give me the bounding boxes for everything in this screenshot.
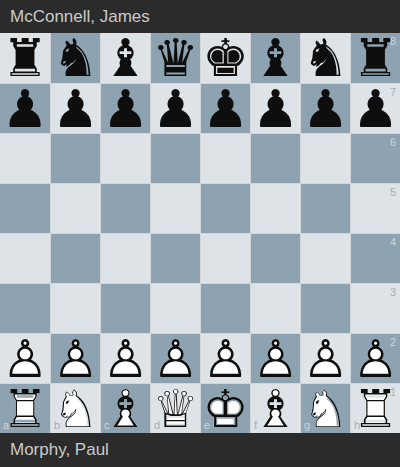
square-b7[interactable]: ♟ — [50, 83, 100, 133]
piece-black-pawn[interactable]: ♟ — [151, 84, 200, 133]
piece-white-pawn[interactable]: ♟♙ — [0, 334, 50, 383]
square-c3[interactable] — [100, 283, 150, 333]
piece-white-pawn[interactable]: ♟♙ — [51, 334, 100, 383]
piece-outline-layer: ♔ — [201, 384, 250, 433]
player-bottom-name: Morphy, Paul — [10, 440, 109, 460]
piece-white-bishop[interactable]: ♝♗ — [251, 384, 300, 433]
square-a2[interactable]: ♟♙ — [0, 333, 50, 383]
chess-board[interactable]: ♜♞♝♛♚♝♞♜8♟♟♟♟♟♟♟♟76543♟♙♟♙♟♙♟♙♟♙♟♙♟♙♟♙2♜… — [0, 33, 400, 433]
piece-white-pawn[interactable]: ♟♙ — [301, 334, 350, 383]
piece-black-rook[interactable]: ♜ — [0, 33, 50, 83]
rank-label-5: 5 — [390, 187, 396, 198]
piece-outline-layer: ♘ — [51, 384, 100, 433]
square-h1[interactable]: ♜♖1h — [350, 383, 400, 433]
piece-black-rook[interactable]: ♜ — [351, 33, 400, 83]
piece-black-bishop[interactable]: ♝ — [251, 33, 300, 83]
square-f2[interactable]: ♟♙ — [250, 333, 300, 383]
square-h7[interactable]: ♟7 — [350, 83, 400, 133]
piece-outline-layer: ♗ — [101, 384, 150, 433]
square-e4[interactable] — [200, 233, 250, 283]
piece-outline-layer: ♙ — [201, 334, 250, 383]
square-c7[interactable]: ♟ — [100, 83, 150, 133]
piece-white-queen[interactable]: ♛♕ — [151, 384, 200, 433]
square-f1[interactable]: ♝♗f — [250, 383, 300, 433]
piece-white-king[interactable]: ♚♔ — [201, 384, 250, 433]
square-a8[interactable]: ♜ — [0, 33, 50, 83]
square-h2[interactable]: ♟♙2 — [350, 333, 400, 383]
piece-white-knight[interactable]: ♞♘ — [301, 384, 350, 433]
square-a7[interactable]: ♟ — [0, 83, 50, 133]
square-f6[interactable] — [250, 133, 300, 183]
square-g5[interactable] — [300, 183, 350, 233]
piece-black-pawn[interactable]: ♟ — [201, 84, 250, 133]
piece-black-pawn[interactable]: ♟ — [101, 84, 150, 133]
piece-outline-layer: ♖ — [0, 384, 50, 433]
square-b4[interactable] — [50, 233, 100, 283]
piece-black-pawn[interactable]: ♟ — [51, 84, 100, 133]
square-h5[interactable]: 5 — [350, 183, 400, 233]
square-a4[interactable] — [0, 233, 50, 283]
piece-outline-layer: ♕ — [151, 384, 200, 433]
square-f7[interactable]: ♟ — [250, 83, 300, 133]
square-c2[interactable]: ♟♙ — [100, 333, 150, 383]
square-g8[interactable]: ♞ — [300, 33, 350, 83]
square-d7[interactable]: ♟ — [150, 83, 200, 133]
square-h6[interactable]: 6 — [350, 133, 400, 183]
square-b1[interactable]: ♞♘b — [50, 383, 100, 433]
square-e5[interactable] — [200, 183, 250, 233]
square-b6[interactable] — [50, 133, 100, 183]
square-b5[interactable] — [50, 183, 100, 233]
square-f4[interactable] — [250, 233, 300, 283]
square-b8[interactable]: ♞ — [50, 33, 100, 83]
square-a3[interactable] — [0, 283, 50, 333]
piece-black-pawn[interactable]: ♟ — [251, 84, 300, 133]
piece-white-rook[interactable]: ♜♖ — [351, 384, 400, 433]
piece-outline-layer: ♖ — [351, 384, 400, 433]
square-g1[interactable]: ♞♘g — [300, 383, 350, 433]
square-c6[interactable] — [100, 133, 150, 183]
piece-white-knight[interactable]: ♞♘ — [51, 384, 100, 433]
square-d3[interactable] — [150, 283, 200, 333]
piece-white-pawn[interactable]: ♟♙ — [201, 334, 250, 383]
square-b2[interactable]: ♟♙ — [50, 333, 100, 383]
piece-outline-layer: ♙ — [51, 334, 100, 383]
square-a5[interactable] — [0, 183, 50, 233]
piece-outline-layer: ♙ — [0, 334, 50, 383]
square-c8[interactable]: ♝ — [100, 33, 150, 83]
chess-app-window: McConnell, James ♜♞♝♛♚♝♞♜8♟♟♟♟♟♟♟♟76543♟… — [0, 0, 400, 467]
piece-outline-layer: ♙ — [351, 334, 400, 383]
square-d4[interactable] — [150, 233, 200, 283]
square-g4[interactable] — [300, 233, 350, 283]
square-f8[interactable]: ♝ — [250, 33, 300, 83]
square-b3[interactable] — [50, 283, 100, 333]
piece-outline-layer: ♙ — [101, 334, 150, 383]
square-e3[interactable] — [200, 283, 250, 333]
square-d5[interactable] — [150, 183, 200, 233]
piece-black-pawn[interactable]: ♟ — [351, 84, 400, 133]
square-e6[interactable] — [200, 133, 250, 183]
piece-black-knight[interactable]: ♞ — [51, 33, 100, 83]
square-c1[interactable]: ♝♗c — [100, 383, 150, 433]
piece-white-rook[interactable]: ♜♖ — [0, 384, 50, 433]
piece-outline-layer: ♙ — [151, 334, 200, 383]
square-h4[interactable]: 4 — [350, 233, 400, 283]
piece-outline-layer: ♗ — [251, 384, 300, 433]
square-a1[interactable]: ♜♖a — [0, 383, 50, 433]
square-f5[interactable] — [250, 183, 300, 233]
piece-black-pawn[interactable]: ♟ — [301, 84, 350, 133]
piece-black-queen[interactable]: ♛ — [151, 33, 200, 83]
square-g2[interactable]: ♟♙ — [300, 333, 350, 383]
square-h3[interactable]: 3 — [350, 283, 400, 333]
square-g6[interactable] — [300, 133, 350, 183]
piece-white-bishop[interactable]: ♝♗ — [101, 384, 150, 433]
square-g7[interactable]: ♟ — [300, 83, 350, 133]
piece-white-pawn[interactable]: ♟♙ — [101, 334, 150, 383]
square-d6[interactable] — [150, 133, 200, 183]
square-e2[interactable]: ♟♙ — [200, 333, 250, 383]
square-c5[interactable] — [100, 183, 150, 233]
piece-white-pawn[interactable]: ♟♙ — [351, 334, 400, 383]
square-e8[interactable]: ♚ — [200, 33, 250, 83]
piece-white-pawn[interactable]: ♟♙ — [151, 334, 200, 383]
piece-white-pawn[interactable]: ♟♙ — [251, 334, 300, 383]
square-h8[interactable]: ♜8 — [350, 33, 400, 83]
piece-black-king[interactable]: ♚ — [201, 33, 250, 83]
square-d1[interactable]: ♛♕d — [150, 383, 200, 433]
player-top-name: McConnell, James — [10, 7, 150, 27]
piece-black-bishop[interactable]: ♝ — [101, 33, 150, 83]
square-f3[interactable] — [250, 283, 300, 333]
square-e7[interactable]: ♟ — [200, 83, 250, 133]
piece-outline-layer: ♙ — [251, 334, 300, 383]
rank-label-4: 4 — [390, 237, 396, 248]
square-a6[interactable] — [0, 133, 50, 183]
rank-label-3: 3 — [390, 287, 396, 298]
square-e1[interactable]: ♚♔e — [200, 383, 250, 433]
square-d8[interactable]: ♛ — [150, 33, 200, 83]
square-d2[interactable]: ♟♙ — [150, 333, 200, 383]
square-g3[interactable] — [300, 283, 350, 333]
piece-outline-layer: ♘ — [301, 384, 350, 433]
piece-black-pawn[interactable]: ♟ — [0, 84, 50, 133]
piece-outline-layer: ♙ — [301, 334, 350, 383]
piece-black-knight[interactable]: ♞ — [301, 33, 350, 83]
rank-label-6: 6 — [390, 137, 396, 148]
square-c4[interactable] — [100, 233, 150, 283]
